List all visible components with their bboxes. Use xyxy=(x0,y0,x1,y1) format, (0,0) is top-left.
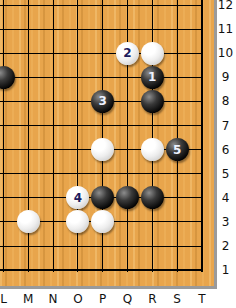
coord-label-row-6: 6 xyxy=(217,143,234,157)
coord-label-row-10: 10 xyxy=(217,46,234,60)
stone-white-R10[interactable] xyxy=(141,42,164,65)
coord-label-col-M: M xyxy=(18,292,38,306)
go-diagram: 121110987654321LMNOPQRST 21354 xyxy=(0,0,236,308)
stone-white-R6[interactable] xyxy=(141,138,164,161)
coord-label-col-L: L xyxy=(0,292,14,306)
move-number-1: 1 xyxy=(148,71,156,83)
move-number-5: 5 xyxy=(173,144,181,156)
gridline-row-10 xyxy=(0,53,203,54)
gridline-row-5 xyxy=(0,173,203,174)
move-number-3: 3 xyxy=(99,95,107,107)
gridline-col-N xyxy=(53,0,54,272)
gridline-col-Q xyxy=(127,0,128,272)
coord-label-row-8: 8 xyxy=(217,94,234,108)
stone-white-Q10[interactable]: 2 xyxy=(116,42,139,65)
coord-label-col-T: T xyxy=(192,292,212,306)
coord-label-row-9: 9 xyxy=(217,70,234,84)
stone-black-P8[interactable]: 3 xyxy=(91,90,114,113)
coord-label-col-O: O xyxy=(68,292,88,306)
move-number-4: 4 xyxy=(74,192,82,204)
move-number-2: 2 xyxy=(123,47,131,59)
stone-black-R9[interactable]: 1 xyxy=(141,66,164,89)
coord-label-col-S: S xyxy=(167,292,187,306)
gridline-row-9 xyxy=(0,77,203,78)
gridline-col-L xyxy=(3,0,4,272)
gridline-row-12 xyxy=(0,5,203,6)
coord-label-row-7: 7 xyxy=(217,119,234,133)
coord-label-row-3: 3 xyxy=(217,215,234,229)
coord-label-col-N: N xyxy=(43,292,63,306)
gridline-row-11 xyxy=(0,29,203,30)
stone-black-R4[interactable] xyxy=(141,186,164,209)
margin-separator-bottom xyxy=(0,286,217,289)
coord-label-row-4: 4 xyxy=(217,191,234,205)
coord-label-col-P: P xyxy=(93,292,113,306)
gridline-row-1 xyxy=(0,269,203,271)
gridline-row-2 xyxy=(0,246,203,247)
gridline-row-7 xyxy=(0,125,203,126)
stone-black-S6[interactable]: 5 xyxy=(166,138,189,161)
gridline-col-S xyxy=(177,0,178,272)
coord-label-row-5: 5 xyxy=(217,167,234,181)
coord-label-row-11: 11 xyxy=(217,22,234,36)
coord-label-row-12: 12 xyxy=(217,0,234,12)
coord-label-row-2: 2 xyxy=(217,239,234,253)
coord-label-row-1: 1 xyxy=(217,263,234,277)
gridline-col-R xyxy=(152,0,153,272)
stone-black-R8[interactable] xyxy=(141,90,164,113)
coord-label-col-Q: Q xyxy=(118,292,138,306)
gridline-col-T xyxy=(201,0,203,272)
coord-label-col-R: R xyxy=(142,292,162,306)
